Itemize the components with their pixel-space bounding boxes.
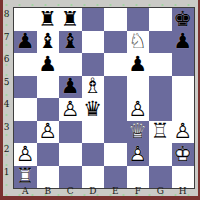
black-king-icon[interactable]: ♚ bbox=[172, 8, 195, 31]
piece-glyph: ♟ bbox=[14, 31, 37, 54]
square-h1[interactable] bbox=[172, 166, 195, 189]
square-b5[interactable] bbox=[37, 76, 60, 99]
square-f4[interactable]: ♟♙ bbox=[127, 98, 150, 121]
square-g7[interactable] bbox=[149, 31, 172, 54]
square-e8[interactable] bbox=[104, 8, 127, 31]
piece-outline: ♙ bbox=[14, 143, 37, 166]
square-b3[interactable]: ♟♙ bbox=[37, 121, 60, 144]
piece-outline: ♖ bbox=[14, 166, 37, 189]
square-c8[interactable]: ♜ bbox=[59, 8, 82, 31]
square-e3[interactable] bbox=[104, 121, 127, 144]
square-a1[interactable]: ♜♖ bbox=[14, 166, 37, 189]
white-king-icon[interactable]: ♚♔ bbox=[172, 143, 195, 166]
white-knight-icon[interactable]: ♞♘ bbox=[127, 31, 150, 54]
square-h6[interactable] bbox=[172, 53, 195, 76]
file-label-a: A bbox=[14, 187, 37, 196]
square-a6[interactable] bbox=[14, 53, 37, 76]
rank-label-7: 7 bbox=[1, 30, 12, 53]
rank-label-2: 2 bbox=[1, 142, 12, 165]
piece-fill: ♟ bbox=[172, 121, 195, 144]
piece-fill: ♝ bbox=[82, 76, 105, 99]
board-grid: ♜♜♚♟♝♝♞♘♟♟♟♟♝♗♟♙♛♟♙♟♙♛♕♜♖♟♙♟♙♟♙♚♔♜♖ bbox=[13, 7, 195, 189]
piece-fill: ♟ bbox=[14, 143, 37, 166]
square-h3[interactable]: ♟♙ bbox=[172, 121, 195, 144]
frame-bottom-edge bbox=[0, 196, 200, 200]
piece-glyph: ♜ bbox=[59, 8, 82, 31]
square-a2[interactable]: ♟♙ bbox=[14, 143, 37, 166]
square-a5[interactable] bbox=[14, 76, 37, 99]
square-g8[interactable] bbox=[149, 8, 172, 31]
black-pawn-icon[interactable]: ♟ bbox=[59, 76, 82, 99]
square-d4[interactable]: ♛ bbox=[82, 98, 105, 121]
piece-fill: ♛ bbox=[127, 121, 150, 144]
white-queen-icon[interactable]: ♛♕ bbox=[127, 121, 150, 144]
piece-fill: ♞ bbox=[127, 31, 150, 54]
black-queen-icon[interactable]: ♛ bbox=[82, 98, 105, 121]
rank-label-3: 3 bbox=[1, 120, 12, 143]
square-g4[interactable] bbox=[149, 98, 172, 121]
square-e7[interactable] bbox=[104, 31, 127, 54]
square-d5[interactable]: ♝♗ bbox=[82, 76, 105, 99]
piece-glyph: ♟ bbox=[37, 53, 60, 76]
black-pawn-icon[interactable]: ♟ bbox=[14, 31, 37, 54]
file-label-d: D bbox=[82, 187, 105, 196]
black-pawn-icon[interactable]: ♟ bbox=[127, 53, 150, 76]
rank-label-6: 6 bbox=[1, 52, 12, 75]
file-labels: ABCDEFGH bbox=[14, 187, 194, 196]
square-e5[interactable] bbox=[104, 76, 127, 99]
chess-window: 87654321 ♜♜♚♟♝♝♞♘♟♟♟♟♝♗♟♙♛♟♙♟♙♛♕♜♖♟♙♟♙♟♙… bbox=[0, 0, 200, 200]
square-c4[interactable]: ♟♙ bbox=[59, 98, 82, 121]
white-rook-icon[interactable]: ♜♖ bbox=[149, 121, 172, 144]
white-pawn-icon[interactable]: ♟♙ bbox=[14, 143, 37, 166]
square-c6[interactable] bbox=[59, 53, 82, 76]
square-e6[interactable] bbox=[104, 53, 127, 76]
piece-fill: ♟ bbox=[127, 98, 150, 121]
file-label-b: B bbox=[37, 187, 60, 196]
white-bishop-icon[interactable]: ♝♗ bbox=[82, 76, 105, 99]
square-f7[interactable]: ♞♘ bbox=[127, 31, 150, 54]
square-f8[interactable] bbox=[127, 8, 150, 31]
file-label-e: E bbox=[104, 187, 127, 196]
square-a4[interactable] bbox=[14, 98, 37, 121]
square-f5[interactable] bbox=[127, 76, 150, 99]
piece-glyph: ♟ bbox=[59, 76, 82, 99]
piece-outline: ♕ bbox=[127, 121, 150, 144]
square-c5[interactable]: ♟ bbox=[59, 76, 82, 99]
square-b2[interactable] bbox=[37, 143, 60, 166]
black-rook-icon[interactable]: ♜ bbox=[37, 8, 60, 31]
white-rook-icon[interactable]: ♜♖ bbox=[14, 166, 37, 189]
piece-fill: ♜ bbox=[149, 121, 172, 144]
square-f1[interactable] bbox=[127, 166, 150, 189]
piece-glyph: ♟ bbox=[127, 53, 150, 76]
piece-outline: ♙ bbox=[37, 121, 60, 144]
square-d3[interactable] bbox=[82, 121, 105, 144]
piece-glyph: ♟ bbox=[172, 31, 195, 54]
square-g3[interactable]: ♜♖ bbox=[149, 121, 172, 144]
square-c1[interactable] bbox=[59, 166, 82, 189]
square-f6[interactable]: ♟ bbox=[127, 53, 150, 76]
rank-labels: 87654321 bbox=[1, 7, 12, 187]
white-pawn-icon[interactable]: ♟♙ bbox=[59, 98, 82, 121]
square-g6[interactable] bbox=[149, 53, 172, 76]
square-b7[interactable]: ♝ bbox=[37, 31, 60, 54]
file-label-f: F bbox=[127, 187, 150, 196]
piece-glyph: ♚ bbox=[172, 8, 195, 31]
square-e2[interactable] bbox=[104, 143, 127, 166]
black-rook-icon[interactable]: ♜ bbox=[59, 8, 82, 31]
piece-outline: ♗ bbox=[82, 76, 105, 99]
piece-fill: ♟ bbox=[59, 98, 82, 121]
black-bishop-icon[interactable]: ♝ bbox=[59, 31, 82, 54]
square-h8[interactable]: ♚ bbox=[172, 8, 195, 31]
white-pawn-icon[interactable]: ♟♙ bbox=[127, 98, 150, 121]
piece-outline: ♖ bbox=[149, 121, 172, 144]
piece-outline: ♔ bbox=[172, 143, 195, 166]
white-pawn-icon[interactable]: ♟♙ bbox=[37, 121, 60, 144]
square-h5[interactable] bbox=[172, 76, 195, 99]
square-g2[interactable] bbox=[149, 143, 172, 166]
white-pawn-icon[interactable]: ♟♙ bbox=[127, 143, 150, 166]
file-label-g: G bbox=[149, 187, 172, 196]
rank-label-8: 8 bbox=[1, 7, 12, 30]
square-d2[interactable] bbox=[82, 143, 105, 166]
piece-fill: ♟ bbox=[37, 121, 60, 144]
square-f3[interactable]: ♛♕ bbox=[127, 121, 150, 144]
black-bishop-icon[interactable]: ♝ bbox=[37, 31, 60, 54]
square-g1[interactable] bbox=[149, 166, 172, 189]
square-b4[interactable] bbox=[37, 98, 60, 121]
frame-right-edge bbox=[198, 0, 200, 200]
piece-outline: ♙ bbox=[127, 98, 150, 121]
piece-outline: ♘ bbox=[127, 31, 150, 54]
square-a3[interactable] bbox=[14, 121, 37, 144]
square-a8[interactable] bbox=[14, 8, 37, 31]
square-f2[interactable]: ♟♙ bbox=[127, 143, 150, 166]
piece-outline: ♙ bbox=[127, 143, 150, 166]
rank-label-1: 1 bbox=[1, 165, 12, 188]
black-pawn-icon[interactable]: ♟ bbox=[172, 31, 195, 54]
file-label-c: C bbox=[59, 187, 82, 196]
square-d8[interactable] bbox=[82, 8, 105, 31]
square-b6[interactable]: ♟ bbox=[37, 53, 60, 76]
piece-glyph: ♛ bbox=[82, 98, 105, 121]
square-e1[interactable] bbox=[104, 166, 127, 189]
white-pawn-icon[interactable]: ♟♙ bbox=[172, 121, 195, 144]
rank-label-5: 5 bbox=[1, 75, 12, 98]
piece-glyph: ♜ bbox=[37, 8, 60, 31]
piece-fill: ♚ bbox=[172, 143, 195, 166]
rank-label-4: 4 bbox=[1, 97, 12, 120]
piece-fill: ♜ bbox=[14, 166, 37, 189]
square-d6[interactable] bbox=[82, 53, 105, 76]
square-c7[interactable]: ♝ bbox=[59, 31, 82, 54]
file-label-h: H bbox=[172, 187, 195, 196]
piece-outline: ♙ bbox=[59, 98, 82, 121]
square-e4[interactable] bbox=[104, 98, 127, 121]
square-h2[interactable]: ♚♔ bbox=[172, 143, 195, 166]
square-h7[interactable]: ♟ bbox=[172, 31, 195, 54]
square-b8[interactable]: ♜ bbox=[37, 8, 60, 31]
square-c3[interactable] bbox=[59, 121, 82, 144]
piece-fill: ♟ bbox=[127, 143, 150, 166]
piece-outline: ♙ bbox=[172, 121, 195, 144]
square-d7[interactable] bbox=[82, 31, 105, 54]
piece-glyph: ♝ bbox=[59, 31, 82, 54]
square-d1[interactable] bbox=[82, 166, 105, 189]
square-c2[interactable] bbox=[59, 143, 82, 166]
square-g5[interactable] bbox=[149, 76, 172, 99]
square-b1[interactable] bbox=[37, 166, 60, 189]
square-a7[interactable]: ♟ bbox=[14, 31, 37, 54]
piece-glyph: ♝ bbox=[37, 31, 60, 54]
square-h4[interactable] bbox=[172, 98, 195, 121]
black-pawn-icon[interactable]: ♟ bbox=[37, 53, 60, 76]
